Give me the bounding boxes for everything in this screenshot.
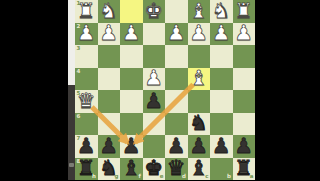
square-g6[interactable]	[98, 113, 121, 136]
black-pawn-h7[interactable]: ♟	[75, 135, 98, 158]
square-g1[interactable]: ♞	[98, 0, 121, 23]
square-f7[interactable]: ♟	[120, 135, 143, 158]
black-pawn-a7[interactable]: ♟	[233, 135, 256, 158]
rank-label-4: 4	[77, 69, 81, 75]
square-b4[interactable]	[210, 68, 233, 91]
square-c6[interactable]: ♞	[188, 113, 211, 136]
square-f8[interactable]: f♝	[120, 158, 143, 181]
eval-bar-white-portion	[68, 0, 75, 85]
square-b8[interactable]: b	[210, 158, 233, 181]
square-b3[interactable]	[210, 45, 233, 68]
square-h2[interactable]: 2♟	[75, 23, 98, 46]
file-label-b: b	[227, 174, 231, 180]
evaluation-bar	[68, 0, 75, 180]
white-knight-b1[interactable]: ♞	[210, 0, 233, 23]
square-g2[interactable]: ♟	[98, 23, 121, 46]
square-h1[interactable]: 1♜	[75, 0, 98, 23]
square-g4[interactable]	[98, 68, 121, 91]
square-c1[interactable]: ♝	[188, 0, 211, 23]
square-c7[interactable]: ♟	[188, 135, 211, 158]
square-a5[interactable]	[233, 90, 256, 113]
letterbox-right	[255, 0, 320, 180]
square-d8[interactable]: d♛	[165, 158, 188, 181]
square-b6[interactable]	[210, 113, 233, 136]
white-pawn-a2[interactable]: ♟	[233, 23, 256, 46]
black-pawn-b7[interactable]: ♟	[210, 135, 233, 158]
black-pawn-d7[interactable]: ♟	[165, 135, 188, 158]
square-a6[interactable]	[233, 113, 256, 136]
square-d1[interactable]	[165, 0, 188, 23]
square-h8[interactable]: 8h♜	[75, 158, 98, 181]
square-a8[interactable]: a♜	[233, 158, 256, 181]
white-queen-h5[interactable]: ♛	[75, 90, 98, 113]
white-pawn-f2[interactable]: ♟	[120, 23, 143, 46]
square-c2[interactable]: ♟	[188, 23, 211, 46]
square-e4[interactable]: ♟	[143, 68, 166, 91]
white-rook-h1[interactable]: ♜	[75, 0, 98, 23]
black-knight-g8[interactable]: ♞	[98, 158, 121, 181]
square-f3[interactable]	[120, 45, 143, 68]
square-d6[interactable]	[165, 113, 188, 136]
white-bishop-c4[interactable]: ♝	[188, 68, 211, 91]
square-g3[interactable]	[98, 45, 121, 68]
square-h4[interactable]: 4	[75, 68, 98, 91]
white-pawn-d2[interactable]: ♟	[165, 23, 188, 46]
black-pawn-g7[interactable]: ♟	[98, 135, 121, 158]
square-e8[interactable]: e♚	[143, 158, 166, 181]
chess-board[interactable]: 1♜♞♚♝♞♜2♟♟♟♟♟♟♟34♟♝5♛♟6♞7♟♟♟♟♟♟♟8h♜g♞f♝e…	[75, 0, 255, 180]
square-b1[interactable]: ♞	[210, 0, 233, 23]
white-pawn-c2[interactable]: ♟	[188, 23, 211, 46]
square-c4[interactable]: ♝	[188, 68, 211, 91]
square-c5[interactable]	[188, 90, 211, 113]
square-g5[interactable]	[98, 90, 121, 113]
black-pawn-f7[interactable]: ♟	[120, 135, 143, 158]
white-knight-g1[interactable]: ♞	[98, 0, 121, 23]
black-queen-d8[interactable]: ♛	[165, 158, 188, 181]
square-f2[interactable]: ♟	[120, 23, 143, 46]
square-e1[interactable]: ♚	[143, 0, 166, 23]
white-pawn-g2[interactable]: ♟	[98, 23, 121, 46]
square-c3[interactable]	[188, 45, 211, 68]
black-bishop-f8[interactable]: ♝	[120, 158, 143, 181]
black-pawn-c7[interactable]: ♟	[188, 135, 211, 158]
square-h6[interactable]: 6	[75, 113, 98, 136]
white-bishop-c1[interactable]: ♝	[188, 0, 211, 23]
white-rook-a1[interactable]: ♜	[233, 0, 256, 23]
white-pawn-h2[interactable]: ♟	[75, 23, 98, 46]
square-a3[interactable]	[233, 45, 256, 68]
letterbox-left	[0, 0, 68, 180]
square-a1[interactable]: ♜	[233, 0, 256, 23]
white-pawn-e4[interactable]: ♟	[143, 68, 166, 91]
black-king-e8[interactable]: ♚	[143, 158, 166, 181]
square-d5[interactable]	[165, 90, 188, 113]
square-a4[interactable]	[233, 68, 256, 91]
square-a2[interactable]: ♟	[233, 23, 256, 46]
square-e5[interactable]: ♟	[143, 90, 166, 113]
square-c8[interactable]: c♝	[188, 158, 211, 181]
rank-label-3: 3	[77, 46, 81, 52]
eval-bar-score-text	[69, 163, 74, 167]
square-e6[interactable]	[143, 113, 166, 136]
square-e2[interactable]	[143, 23, 166, 46]
square-a7[interactable]: ♟	[233, 135, 256, 158]
black-knight-c6[interactable]: ♞	[188, 113, 211, 136]
square-g7[interactable]: ♟	[98, 135, 121, 158]
square-e7[interactable]	[143, 135, 166, 158]
white-pawn-b2[interactable]: ♟	[210, 23, 233, 46]
white-king-e1[interactable]: ♚	[143, 0, 166, 23]
rank-label-6: 6	[77, 114, 81, 120]
square-d4[interactable]	[165, 68, 188, 91]
square-b5[interactable]	[210, 90, 233, 113]
black-pawn-e5[interactable]: ♟	[143, 90, 166, 113]
square-d7[interactable]: ♟	[165, 135, 188, 158]
square-b7[interactable]: ♟	[210, 135, 233, 158]
video-frame: 1♜♞♚♝♞♜2♟♟♟♟♟♟♟34♟♝5♛♟6♞7♟♟♟♟♟♟♟8h♜g♞f♝e…	[0, 0, 320, 180]
square-f1[interactable]	[120, 0, 143, 23]
square-f5[interactable]	[120, 90, 143, 113]
square-h5[interactable]: 5♛	[75, 90, 98, 113]
square-b2[interactable]: ♟	[210, 23, 233, 46]
square-h7[interactable]: 7♟	[75, 135, 98, 158]
square-e3[interactable]	[143, 45, 166, 68]
square-g8[interactable]: g♞	[98, 158, 121, 181]
square-d2[interactable]: ♟	[165, 23, 188, 46]
black-bishop-c8[interactable]: ♝	[188, 158, 211, 181]
square-d3[interactable]	[165, 45, 188, 68]
square-f6[interactable]	[120, 113, 143, 136]
black-rook-h8[interactable]: ♜	[75, 158, 98, 181]
square-h3[interactable]: 3	[75, 45, 98, 68]
black-rook-a8[interactable]: ♜	[233, 158, 256, 181]
square-f4[interactable]	[120, 68, 143, 91]
